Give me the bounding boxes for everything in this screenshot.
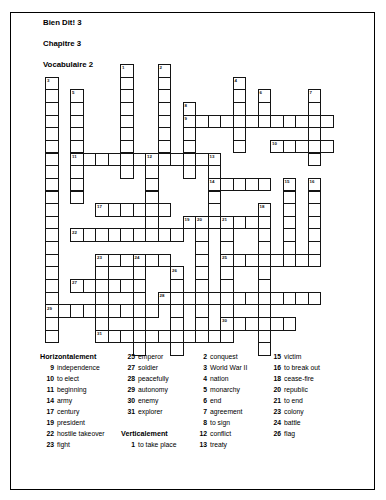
grid-cell[interactable] bbox=[45, 115, 59, 129]
clue-item: 17century bbox=[40, 407, 105, 418]
grid-cell[interactable] bbox=[233, 216, 247, 230]
grid-cell[interactable] bbox=[83, 304, 97, 318]
grid-cell[interactable] bbox=[283, 140, 297, 154]
cell-number: 13 bbox=[210, 154, 215, 159]
grid-cell[interactable] bbox=[258, 228, 272, 242]
grid-cell[interactable] bbox=[158, 140, 172, 154]
grid-cell[interactable] bbox=[195, 304, 209, 318]
grid-cell[interactable]: 30 bbox=[220, 317, 234, 331]
grid-cell[interactable] bbox=[208, 216, 222, 230]
grid-cell[interactable] bbox=[233, 254, 247, 268]
grid-cell[interactable] bbox=[220, 228, 234, 242]
grid-cell[interactable] bbox=[220, 241, 234, 255]
cell-number: 24 bbox=[135, 255, 140, 260]
grid-cell[interactable] bbox=[245, 178, 259, 192]
grid-cell[interactable] bbox=[170, 304, 184, 318]
clue-item: 5monarchy bbox=[195, 385, 247, 396]
grid-cell[interactable] bbox=[195, 330, 209, 344]
grid-cell[interactable]: 19 bbox=[183, 216, 197, 230]
grid-cell[interactable] bbox=[120, 140, 134, 154]
clue-text: monarchy bbox=[210, 385, 240, 395]
grid-cell[interactable]: 27 bbox=[70, 279, 84, 293]
grid-cell[interactable]: 5 bbox=[70, 89, 84, 103]
clue-text: independence bbox=[57, 363, 100, 373]
clue-item: 24battle bbox=[268, 418, 320, 429]
grid-cell[interactable]: 26 bbox=[170, 266, 184, 280]
clue-text: agreement bbox=[210, 407, 243, 417]
grid-cell[interactable]: 21 bbox=[220, 216, 234, 230]
grid-cell[interactable] bbox=[283, 216, 297, 230]
grid-cell[interactable] bbox=[120, 254, 134, 268]
grid-cell[interactable] bbox=[308, 241, 322, 255]
grid-cell[interactable] bbox=[45, 266, 59, 280]
clue-header-label: Horizontalement bbox=[40, 352, 96, 362]
clue-item: 1to take place bbox=[121, 440, 177, 451]
grid-cell[interactable] bbox=[158, 102, 172, 116]
grid-cell[interactable] bbox=[208, 165, 222, 179]
clue-text: republic bbox=[284, 385, 308, 395]
grid-cell[interactable] bbox=[283, 241, 297, 255]
grid-cell[interactable] bbox=[195, 254, 209, 268]
clue-text: enemy bbox=[138, 396, 158, 406]
grid-cell[interactable] bbox=[183, 140, 197, 154]
grid-cell[interactable]: 23 bbox=[95, 254, 109, 268]
grid-cell[interactable] bbox=[120, 77, 134, 91]
grid-cell[interactable]: 4 bbox=[233, 77, 247, 91]
grid-cell[interactable] bbox=[245, 317, 259, 331]
clue-item: 23colony bbox=[268, 407, 320, 418]
grid-cell[interactable] bbox=[95, 266, 109, 280]
grid-cell[interactable] bbox=[120, 228, 134, 242]
clue-item: 9independence bbox=[40, 363, 105, 374]
grid-cell[interactable] bbox=[195, 228, 209, 242]
grid-cell[interactable] bbox=[158, 127, 172, 141]
grid-cell[interactable] bbox=[70, 115, 84, 129]
grid-cell[interactable] bbox=[133, 279, 147, 293]
grid-cell[interactable] bbox=[208, 330, 222, 344]
grid-cell[interactable] bbox=[258, 304, 272, 318]
cell-number: 17 bbox=[97, 204, 102, 209]
clue-number: 22 bbox=[40, 429, 54, 439]
grid-cell[interactable] bbox=[308, 203, 322, 217]
grid-cell[interactable] bbox=[283, 115, 297, 129]
clue-item: 31explorer bbox=[121, 407, 177, 418]
grid-cell[interactable] bbox=[270, 292, 284, 306]
page-title: Bien Dit! 3 Chapitre 3 Vocabulaire 2 bbox=[43, 18, 93, 70]
grid-cell[interactable] bbox=[120, 89, 134, 103]
clue-number: 12 bbox=[195, 429, 207, 439]
grid-cell[interactable] bbox=[95, 153, 109, 167]
grid-cell[interactable] bbox=[45, 216, 59, 230]
grid-cell[interactable] bbox=[108, 279, 122, 293]
clue-item: 28peacefully bbox=[121, 374, 177, 385]
grid-cell[interactable] bbox=[45, 292, 59, 306]
grid-cell[interactable]: 12 bbox=[145, 153, 159, 167]
grid-cell[interactable] bbox=[245, 115, 259, 129]
grid-cell[interactable] bbox=[45, 279, 59, 293]
grid-cell[interactable] bbox=[133, 304, 147, 318]
grid-cell[interactable] bbox=[120, 127, 134, 141]
clue-number: 18 bbox=[268, 374, 281, 384]
grid-cell[interactable] bbox=[108, 304, 122, 318]
grid-cell[interactable] bbox=[283, 191, 297, 205]
grid-cell[interactable] bbox=[133, 203, 147, 217]
grid-cell[interactable] bbox=[308, 115, 322, 129]
cell-number: 29 bbox=[47, 306, 52, 311]
clue-number: 17 bbox=[40, 407, 54, 417]
grid-cell[interactable] bbox=[45, 191, 59, 205]
grid-cell[interactable]: 28 bbox=[158, 292, 172, 306]
worksheet-page: Bien Dit! 3 Chapitre 3 Vocabulaire 2 123… bbox=[0, 0, 386, 500]
grid-cell[interactable] bbox=[170, 317, 184, 331]
cell-number: 3 bbox=[47, 78, 49, 83]
grid-cell[interactable]: 9 bbox=[183, 115, 197, 129]
grid-cell[interactable] bbox=[45, 241, 59, 255]
grid-cell[interactable] bbox=[158, 254, 172, 268]
clue-column-mixed: 25emperor27soldier28peacefully29autonomy… bbox=[121, 352, 177, 451]
grid-cell[interactable] bbox=[120, 165, 134, 179]
grid-cell[interactable] bbox=[58, 304, 72, 318]
clue-text: treaty bbox=[210, 440, 227, 450]
clue-item: 10to elect bbox=[40, 374, 105, 385]
grid-cell[interactable] bbox=[158, 228, 172, 242]
grid-cell[interactable] bbox=[145, 191, 159, 205]
grid-cell[interactable] bbox=[45, 153, 59, 167]
grid-cell[interactable] bbox=[120, 330, 134, 344]
clue-text: to take place bbox=[138, 440, 177, 450]
grid-cell[interactable] bbox=[183, 330, 197, 344]
clue-text: explorer bbox=[138, 407, 163, 417]
clue-number: 8 bbox=[195, 418, 207, 428]
grid-cell[interactable]: 10 bbox=[270, 140, 284, 154]
grid-cell[interactable] bbox=[95, 228, 109, 242]
grid-cell[interactable] bbox=[195, 115, 209, 129]
grid-cell[interactable] bbox=[45, 317, 59, 331]
grid-cell[interactable] bbox=[195, 279, 209, 293]
grid-cell[interactable] bbox=[145, 254, 159, 268]
clue-number: 10 bbox=[40, 374, 54, 384]
grid-cell[interactable] bbox=[108, 228, 122, 242]
grid-cell[interactable] bbox=[270, 254, 284, 268]
grid-cell[interactable]: 15 bbox=[283, 178, 297, 192]
clue-item: 14army bbox=[40, 396, 105, 407]
grid-cell[interactable] bbox=[208, 191, 222, 205]
grid-cell[interactable]: 29 bbox=[45, 304, 59, 318]
grid-cell[interactable] bbox=[258, 216, 272, 230]
grid-cell[interactable] bbox=[183, 127, 197, 141]
grid-cell[interactable] bbox=[145, 165, 159, 179]
clue-item: 12conflict bbox=[195, 429, 247, 440]
clue-text: nation bbox=[210, 374, 229, 384]
grid-cell[interactable] bbox=[133, 153, 147, 167]
grid-cell[interactable] bbox=[95, 292, 109, 306]
grid-cell[interactable] bbox=[133, 266, 147, 280]
clue-text: conquest bbox=[210, 352, 238, 362]
grid-cell[interactable]: 22 bbox=[70, 228, 84, 242]
grid-cell[interactable]: 8 bbox=[183, 102, 197, 116]
clue-text: fight bbox=[57, 440, 70, 450]
clue-item: 30enemy bbox=[121, 396, 177, 407]
grid-cell[interactable]: 13 bbox=[208, 153, 222, 167]
grid-cell[interactable] bbox=[270, 115, 284, 129]
grid-cell[interactable] bbox=[70, 304, 84, 318]
grid-cell[interactable] bbox=[233, 115, 247, 129]
grid-cell[interactable] bbox=[220, 115, 234, 129]
grid-cell[interactable] bbox=[145, 304, 159, 318]
grid-cell[interactable] bbox=[83, 279, 97, 293]
grid-cell[interactable] bbox=[170, 153, 184, 167]
grid-cell[interactable] bbox=[308, 102, 322, 116]
grid-cell[interactable] bbox=[133, 292, 147, 306]
grid-cell[interactable]: 20 bbox=[195, 216, 209, 230]
grid-cell[interactable] bbox=[308, 228, 322, 242]
grid-cell[interactable] bbox=[195, 241, 209, 255]
grid-cell[interactable] bbox=[220, 304, 234, 318]
grid-cell[interactable] bbox=[133, 330, 147, 344]
grid-cell[interactable] bbox=[258, 317, 272, 331]
grid-cell[interactable] bbox=[170, 228, 184, 242]
grid-cell[interactable] bbox=[95, 317, 109, 331]
clue-item: 8to sign bbox=[195, 418, 247, 429]
clue-number: 2 bbox=[195, 352, 207, 362]
crossword-grid[interactable]: 1234567891011121314151617181920212223242… bbox=[45, 64, 335, 355]
grid-cell[interactable] bbox=[120, 279, 134, 293]
grid-cell[interactable] bbox=[108, 330, 122, 344]
grid-cell[interactable] bbox=[258, 330, 272, 344]
grid-cell[interactable] bbox=[320, 140, 334, 154]
grid-cell[interactable] bbox=[233, 127, 247, 141]
grid-cell[interactable] bbox=[220, 178, 234, 192]
grid-cell[interactable]: 7 bbox=[308, 89, 322, 103]
grid-cell[interactable] bbox=[308, 191, 322, 205]
grid-cell[interactable] bbox=[45, 89, 59, 103]
grid-cell[interactable] bbox=[45, 165, 59, 179]
grid-cell[interactable]: 2 bbox=[158, 64, 172, 78]
cell-number: 5 bbox=[72, 90, 74, 95]
grid-cell[interactable] bbox=[158, 89, 172, 103]
grid-cell[interactable] bbox=[95, 304, 109, 318]
grid-cell[interactable] bbox=[120, 203, 134, 217]
cell-number: 22 bbox=[72, 230, 77, 235]
clue-number: 30 bbox=[121, 396, 135, 406]
grid-cell[interactable] bbox=[233, 89, 247, 103]
grid-cell[interactable]: 31 bbox=[95, 330, 109, 344]
grid-cell[interactable] bbox=[258, 178, 272, 192]
grid-cell[interactable] bbox=[183, 165, 197, 179]
cell-number: 8 bbox=[185, 103, 187, 108]
grid-cell[interactable] bbox=[195, 266, 209, 280]
grid-cell[interactable] bbox=[295, 140, 309, 154]
grid-cell[interactable] bbox=[158, 153, 172, 167]
grid-cell[interactable] bbox=[208, 203, 222, 217]
clue-number: 28 bbox=[121, 374, 135, 384]
grid-cell[interactable] bbox=[120, 153, 134, 167]
title-line-2: Chapitre 3 bbox=[43, 39, 81, 48]
grid-cell[interactable] bbox=[258, 266, 272, 280]
grid-cell[interactable] bbox=[195, 153, 209, 167]
grid-cell[interactable] bbox=[283, 292, 297, 306]
clue-text: to sign bbox=[210, 418, 230, 428]
grid-cell[interactable] bbox=[145, 216, 159, 230]
grid-cell[interactable] bbox=[158, 330, 172, 344]
grid-cell[interactable] bbox=[258, 102, 272, 116]
clue-text: flag bbox=[284, 429, 295, 439]
grid-cell[interactable] bbox=[220, 292, 234, 306]
clue-item: 21to end bbox=[268, 396, 320, 407]
clue-item: 22hostile takeover bbox=[40, 429, 105, 440]
cell-number: 30 bbox=[222, 318, 227, 323]
grid-cell[interactable] bbox=[170, 279, 184, 293]
grid-cell[interactable] bbox=[145, 203, 159, 217]
grid-cell[interactable] bbox=[295, 292, 309, 306]
grid-cell[interactable] bbox=[270, 317, 284, 331]
grid-cell[interactable] bbox=[170, 292, 184, 306]
cell-number: 21 bbox=[222, 217, 227, 222]
grid-cell[interactable] bbox=[70, 140, 84, 154]
clue-number: 6 bbox=[195, 396, 207, 406]
clue-text: beginning bbox=[57, 385, 86, 395]
grid-cell[interactable] bbox=[158, 77, 172, 91]
cell-number: 9 bbox=[185, 116, 187, 121]
clue-text: cease-fire bbox=[284, 374, 314, 384]
clue-number: 16 bbox=[268, 363, 281, 373]
grid-cell[interactable] bbox=[108, 254, 122, 268]
grid-cell[interactable] bbox=[95, 279, 109, 293]
grid-cell[interactable] bbox=[45, 254, 59, 268]
grid-cell[interactable]: 24 bbox=[133, 254, 147, 268]
clue-number: 20 bbox=[268, 385, 281, 395]
clue-number: 15 bbox=[268, 352, 281, 362]
grid-cell[interactable] bbox=[158, 115, 172, 129]
grid-cell[interactable] bbox=[45, 228, 59, 242]
grid-cell[interactable] bbox=[295, 254, 309, 268]
clue-spacer bbox=[121, 418, 177, 429]
grid-cell[interactable] bbox=[45, 127, 59, 141]
grid-cell[interactable] bbox=[283, 228, 297, 242]
grid-cell[interactable] bbox=[308, 153, 322, 167]
clue-column-down-2: 15victim16to break out18cease-fire20repu… bbox=[268, 352, 320, 440]
clue-item: 18cease-fire bbox=[268, 374, 320, 385]
cell-number: 4 bbox=[235, 78, 237, 83]
grid-cell[interactable] bbox=[195, 292, 209, 306]
grid-cell[interactable] bbox=[208, 292, 222, 306]
grid-cell[interactable] bbox=[308, 216, 322, 230]
clue-text: victim bbox=[284, 352, 301, 362]
grid-cell[interactable] bbox=[45, 102, 59, 116]
clue-text: to elect bbox=[57, 374, 79, 384]
grid-cell[interactable] bbox=[308, 127, 322, 141]
grid-cell[interactable] bbox=[70, 178, 84, 192]
grid-cell[interactable] bbox=[320, 115, 334, 129]
grid-cell[interactable] bbox=[258, 254, 272, 268]
grid-cell[interactable] bbox=[245, 254, 259, 268]
grid-cell[interactable]: 1 bbox=[120, 64, 134, 78]
grid-cell[interactable] bbox=[83, 228, 97, 242]
clue-text: army bbox=[57, 396, 72, 406]
grid-cell[interactable] bbox=[83, 153, 97, 167]
grid-cell[interactable] bbox=[208, 115, 222, 129]
grid-cell[interactable] bbox=[183, 292, 197, 306]
grid-cell[interactable] bbox=[220, 330, 234, 344]
grid-cell[interactable] bbox=[70, 191, 84, 205]
clue-item: 3World War II bbox=[195, 363, 247, 374]
grid-cell[interactable] bbox=[108, 203, 122, 217]
grid-cell[interactable] bbox=[295, 115, 309, 129]
grid-cell[interactable] bbox=[283, 254, 297, 268]
grid-cell[interactable] bbox=[158, 203, 172, 217]
clue-text: hostile takeover bbox=[57, 429, 105, 439]
clue-number: 11 bbox=[40, 385, 54, 395]
grid-cell[interactable]: 25 bbox=[220, 254, 234, 268]
cell-number: 27 bbox=[72, 280, 77, 285]
grid-cell[interactable]: 3 bbox=[45, 77, 59, 91]
grid-cell[interactable] bbox=[220, 279, 234, 293]
grid-cell[interactable] bbox=[245, 216, 259, 230]
cell-number: 11 bbox=[72, 154, 77, 159]
grid-cell[interactable]: 16 bbox=[308, 178, 322, 192]
grid-cell[interactable] bbox=[45, 203, 59, 217]
grid-cell[interactable] bbox=[45, 140, 59, 154]
grid-cell[interactable] bbox=[70, 127, 84, 141]
grid-cell[interactable] bbox=[233, 178, 247, 192]
grid-cell[interactable] bbox=[233, 140, 247, 154]
grid-cell[interactable] bbox=[245, 292, 259, 306]
grid-cell[interactable] bbox=[108, 153, 122, 167]
grid-cell[interactable] bbox=[120, 304, 134, 318]
clue-number: 26 bbox=[268, 429, 281, 439]
grid-cell[interactable] bbox=[70, 165, 84, 179]
grid-cell[interactable] bbox=[120, 115, 134, 129]
grid-cell[interactable] bbox=[145, 228, 159, 242]
clue-text: century bbox=[57, 407, 79, 417]
grid-cell[interactable] bbox=[220, 266, 234, 280]
cell-number: 26 bbox=[172, 268, 177, 273]
grid-cell[interactable] bbox=[145, 330, 159, 344]
grid-cell[interactable] bbox=[195, 317, 209, 331]
clue-number: 25 bbox=[121, 352, 135, 362]
grid-cell[interactable] bbox=[233, 292, 247, 306]
grid-cell[interactable] bbox=[258, 292, 272, 306]
grid-cell[interactable]: 6 bbox=[258, 89, 272, 103]
grid-cell[interactable]: 14 bbox=[208, 178, 222, 192]
clue-column-down: 2conquest3World War II4nation5monarchy6e… bbox=[195, 352, 247, 451]
grid-cell[interactable]: 17 bbox=[95, 203, 109, 217]
grid-cell[interactable] bbox=[120, 102, 134, 116]
grid-cell[interactable] bbox=[133, 317, 147, 331]
grid-cell[interactable] bbox=[145, 178, 159, 192]
grid-cell[interactable] bbox=[183, 153, 197, 167]
grid-cell[interactable] bbox=[258, 115, 272, 129]
grid-cell[interactable] bbox=[70, 102, 84, 116]
cell-number: 1 bbox=[122, 65, 124, 70]
grid-cell[interactable] bbox=[45, 330, 59, 344]
grid-cell[interactable] bbox=[308, 140, 322, 154]
grid-cell[interactable] bbox=[233, 317, 247, 331]
grid-cell[interactable] bbox=[308, 292, 322, 306]
grid-cell[interactable] bbox=[45, 178, 59, 192]
grid-cell[interactable] bbox=[233, 102, 247, 116]
grid-cell[interactable] bbox=[258, 279, 272, 293]
grid-cell[interactable] bbox=[133, 228, 147, 242]
grid-cell[interactable] bbox=[258, 241, 272, 255]
grid-cell[interactable]: 11 bbox=[70, 153, 84, 167]
cell-number: 12 bbox=[147, 154, 152, 159]
grid-cell[interactable] bbox=[283, 203, 297, 217]
grid-cell[interactable]: 18 bbox=[258, 203, 272, 217]
grid-cell[interactable] bbox=[170, 330, 184, 344]
grid-cell[interactable] bbox=[283, 317, 297, 331]
grid-cell[interactable] bbox=[308, 254, 322, 268]
